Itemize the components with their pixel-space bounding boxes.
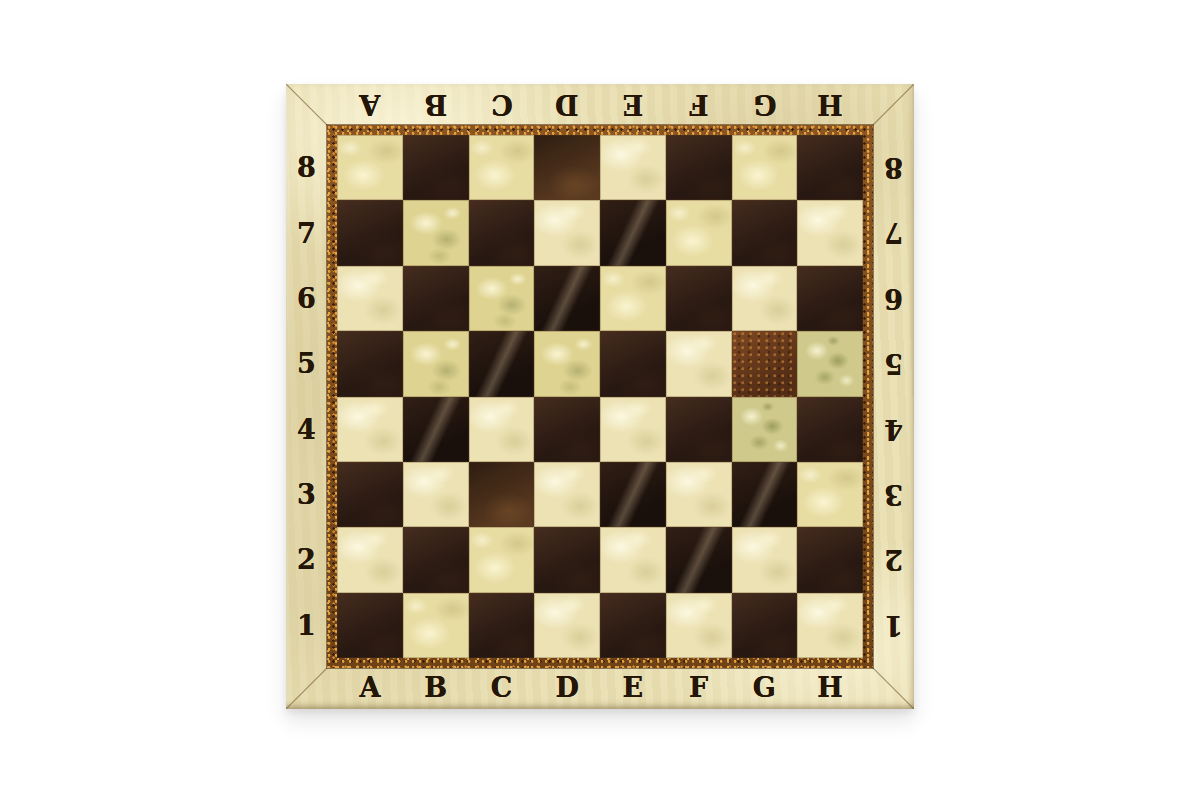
square-a2[interactable]: [337, 527, 403, 592]
square-a5[interactable]: [337, 331, 403, 396]
square-f3[interactable]: [666, 462, 732, 527]
square-f8[interactable]: [666, 135, 732, 200]
rank-label-left-7: 7: [286, 200, 327, 265]
square-a3[interactable]: [337, 462, 403, 527]
photo-background: ABCDEFGH ABCDEFGH 87654321 87654321: [0, 0, 1200, 800]
square-e3[interactable]: [600, 462, 666, 527]
rank-label-right-5: 5: [873, 331, 914, 396]
square-b7[interactable]: [403, 200, 469, 265]
square-a7[interactable]: [337, 200, 403, 265]
file-label-bottom-f: F: [666, 667, 732, 708]
file-label-top-c: C: [469, 84, 535, 125]
rank-label-right-7: 7: [873, 200, 914, 265]
square-e6[interactable]: [600, 266, 666, 331]
file-label-bottom-d: D: [534, 667, 600, 708]
square-g5[interactable]: [732, 331, 798, 396]
square-a4[interactable]: [337, 397, 403, 462]
file-labels-top: ABCDEFGH: [337, 84, 863, 125]
square-c3[interactable]: [469, 462, 535, 527]
rank-label-left-6: 6: [286, 266, 327, 331]
file-labels-bottom: ABCDEFGH: [337, 667, 863, 708]
square-d8[interactable]: [534, 135, 600, 200]
square-h7[interactable]: [797, 200, 863, 265]
square-a8[interactable]: [337, 135, 403, 200]
rank-label-right-1: 1: [873, 593, 914, 658]
square-d2[interactable]: [534, 527, 600, 592]
square-g7[interactable]: [732, 200, 798, 265]
square-h8[interactable]: [797, 135, 863, 200]
file-label-top-h: H: [797, 84, 863, 125]
square-g4[interactable]: [732, 397, 798, 462]
square-g3[interactable]: [732, 462, 798, 527]
square-h3[interactable]: [797, 462, 863, 527]
square-c7[interactable]: [469, 200, 535, 265]
file-label-bottom-g: G: [732, 667, 798, 708]
rank-label-right-6: 6: [873, 266, 914, 331]
square-c1[interactable]: [469, 593, 535, 658]
square-b1[interactable]: [403, 593, 469, 658]
file-label-bottom-c: C: [469, 667, 535, 708]
square-f2[interactable]: [666, 527, 732, 592]
file-label-bottom-b: B: [403, 667, 469, 708]
file-label-bottom-e: E: [600, 667, 666, 708]
file-label-top-g: G: [732, 84, 798, 125]
file-label-top-d: D: [534, 84, 600, 125]
rank-label-right-2: 2: [873, 527, 914, 592]
file-label-top-f: F: [666, 84, 732, 125]
square-b5[interactable]: [403, 331, 469, 396]
square-e8[interactable]: [600, 135, 666, 200]
file-label-top-e: E: [600, 84, 666, 125]
square-h1[interactable]: [797, 593, 863, 658]
square-h2[interactable]: [797, 527, 863, 592]
square-c5[interactable]: [469, 331, 535, 396]
square-h4[interactable]: [797, 397, 863, 462]
rank-label-left-1: 1: [286, 593, 327, 658]
square-f4[interactable]: [666, 397, 732, 462]
square-h6[interactable]: [797, 266, 863, 331]
square-c8[interactable]: [469, 135, 535, 200]
square-f5[interactable]: [666, 331, 732, 396]
square-c2[interactable]: [469, 527, 535, 592]
square-f7[interactable]: [666, 200, 732, 265]
rank-labels-left: 87654321: [286, 135, 327, 658]
rank-label-left-2: 2: [286, 527, 327, 592]
square-f6[interactable]: [666, 266, 732, 331]
square-e1[interactable]: [600, 593, 666, 658]
square-e2[interactable]: [600, 527, 666, 592]
square-b6[interactable]: [403, 266, 469, 331]
square-g6[interactable]: [732, 266, 798, 331]
square-d1[interactable]: [534, 593, 600, 658]
square-d4[interactable]: [534, 397, 600, 462]
square-c6[interactable]: [469, 266, 535, 331]
rank-label-right-3: 3: [873, 462, 914, 527]
file-label-bottom-h: H: [797, 667, 863, 708]
rank-label-right-8: 8: [873, 135, 914, 200]
square-e5[interactable]: [600, 331, 666, 396]
square-d3[interactable]: [534, 462, 600, 527]
rank-label-left-8: 8: [286, 135, 327, 200]
rank-label-left-3: 3: [286, 462, 327, 527]
square-b2[interactable]: [403, 527, 469, 592]
file-label-bottom-a: A: [337, 667, 403, 708]
square-d6[interactable]: [534, 266, 600, 331]
rank-label-left-4: 4: [286, 397, 327, 462]
square-a1[interactable]: [337, 593, 403, 658]
square-h5[interactable]: [797, 331, 863, 396]
file-label-top-b: B: [403, 84, 469, 125]
square-b8[interactable]: [403, 135, 469, 200]
square-g2[interactable]: [732, 527, 798, 592]
square-b3[interactable]: [403, 462, 469, 527]
board-grid: [337, 135, 863, 658]
square-g1[interactable]: [732, 593, 798, 658]
square-d7[interactable]: [534, 200, 600, 265]
square-a6[interactable]: [337, 266, 403, 331]
square-b4[interactable]: [403, 397, 469, 462]
square-d5[interactable]: [534, 331, 600, 396]
rank-label-right-4: 4: [873, 397, 914, 462]
square-c4[interactable]: [469, 397, 535, 462]
square-e7[interactable]: [600, 200, 666, 265]
square-e4[interactable]: [600, 397, 666, 462]
square-g8[interactable]: [732, 135, 798, 200]
square-f1[interactable]: [666, 593, 732, 658]
file-label-top-a: A: [337, 84, 403, 125]
chess-board: ABCDEFGH ABCDEFGH 87654321 87654321: [286, 84, 914, 709]
rank-label-left-5: 5: [286, 331, 327, 396]
rank-labels-right: 87654321: [873, 135, 914, 658]
